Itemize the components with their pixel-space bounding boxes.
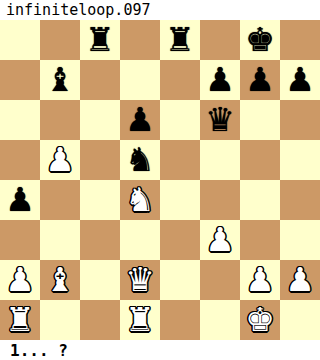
square-g2[interactable]: ♟ bbox=[240, 260, 280, 300]
white-pawn-piece[interactable]: ♟ bbox=[285, 260, 315, 300]
black-rook-piece[interactable]: ♜ bbox=[165, 20, 195, 60]
puzzle-title: infiniteloop.097 bbox=[0, 0, 320, 20]
square-d2[interactable]: ♛ bbox=[120, 260, 160, 300]
square-e3[interactable] bbox=[160, 220, 200, 260]
black-pawn-piece[interactable]: ♟ bbox=[125, 100, 155, 140]
square-g6[interactable] bbox=[240, 100, 280, 140]
square-c4[interactable] bbox=[80, 180, 120, 220]
square-a3[interactable] bbox=[0, 220, 40, 260]
square-h3[interactable] bbox=[280, 220, 320, 260]
square-e1[interactable] bbox=[160, 300, 200, 340]
square-g5[interactable] bbox=[240, 140, 280, 180]
square-b3[interactable] bbox=[40, 220, 80, 260]
square-d6[interactable]: ♟ bbox=[120, 100, 160, 140]
white-bishop-piece[interactable]: ♝ bbox=[45, 260, 75, 300]
white-rook-piece[interactable]: ♜ bbox=[5, 300, 35, 340]
square-c2[interactable] bbox=[80, 260, 120, 300]
white-knight-piece[interactable]: ♞ bbox=[125, 180, 155, 220]
square-g7[interactable]: ♟ bbox=[240, 60, 280, 100]
square-b2[interactable]: ♝ bbox=[40, 260, 80, 300]
square-c6[interactable] bbox=[80, 100, 120, 140]
white-pawn-piece[interactable]: ♟ bbox=[45, 140, 75, 180]
square-b5[interactable]: ♟ bbox=[40, 140, 80, 180]
square-e8[interactable]: ♜ bbox=[160, 20, 200, 60]
chess-board: ♜♜♚♝♟♟♟♟♛♟♞♟♞♟♟♝♛♟♟♜♜♚ bbox=[0, 20, 320, 340]
square-h5[interactable] bbox=[280, 140, 320, 180]
white-rook-piece[interactable]: ♜ bbox=[125, 300, 155, 340]
square-g4[interactable] bbox=[240, 180, 280, 220]
square-d3[interactable] bbox=[120, 220, 160, 260]
square-c5[interactable] bbox=[80, 140, 120, 180]
square-h1[interactable] bbox=[280, 300, 320, 340]
square-f1[interactable] bbox=[200, 300, 240, 340]
square-a4[interactable]: ♟ bbox=[0, 180, 40, 220]
square-h6[interactable] bbox=[280, 100, 320, 140]
black-rook-piece[interactable]: ♜ bbox=[85, 20, 115, 60]
square-d1[interactable]: ♜ bbox=[120, 300, 160, 340]
black-pawn-piece[interactable]: ♟ bbox=[285, 60, 315, 100]
white-king-piece[interactable]: ♚ bbox=[245, 300, 275, 340]
square-g8[interactable]: ♚ bbox=[240, 20, 280, 60]
square-e7[interactable] bbox=[160, 60, 200, 100]
square-b8[interactable] bbox=[40, 20, 80, 60]
square-g3[interactable] bbox=[240, 220, 280, 260]
black-queen-piece[interactable]: ♛ bbox=[205, 100, 235, 140]
square-h7[interactable]: ♟ bbox=[280, 60, 320, 100]
square-h4[interactable] bbox=[280, 180, 320, 220]
square-d4[interactable]: ♞ bbox=[120, 180, 160, 220]
square-f8[interactable] bbox=[200, 20, 240, 60]
square-a5[interactable] bbox=[0, 140, 40, 180]
black-pawn-piece[interactable]: ♟ bbox=[5, 180, 35, 220]
white-pawn-piece[interactable]: ♟ bbox=[5, 260, 35, 300]
square-a6[interactable] bbox=[0, 100, 40, 140]
square-d5[interactable]: ♞ bbox=[120, 140, 160, 180]
square-d8[interactable] bbox=[120, 20, 160, 60]
black-knight-piece[interactable]: ♞ bbox=[125, 140, 155, 180]
square-b4[interactable] bbox=[40, 180, 80, 220]
square-e4[interactable] bbox=[160, 180, 200, 220]
square-f6[interactable]: ♛ bbox=[200, 100, 240, 140]
white-pawn-piece[interactable]: ♟ bbox=[205, 220, 235, 260]
white-queen-piece[interactable]: ♛ bbox=[125, 260, 155, 300]
square-e2[interactable] bbox=[160, 260, 200, 300]
square-b7[interactable]: ♝ bbox=[40, 60, 80, 100]
square-e5[interactable] bbox=[160, 140, 200, 180]
square-f4[interactable] bbox=[200, 180, 240, 220]
square-h8[interactable] bbox=[280, 20, 320, 60]
square-d7[interactable] bbox=[120, 60, 160, 100]
square-c7[interactable] bbox=[80, 60, 120, 100]
square-c8[interactable]: ♜ bbox=[80, 20, 120, 60]
square-b6[interactable] bbox=[40, 100, 80, 140]
square-a7[interactable] bbox=[0, 60, 40, 100]
square-a2[interactable]: ♟ bbox=[0, 260, 40, 300]
move-prompt: 1... ? bbox=[0, 340, 320, 360]
white-pawn-piece[interactable]: ♟ bbox=[245, 260, 275, 300]
black-pawn-piece[interactable]: ♟ bbox=[245, 60, 275, 100]
square-g1[interactable]: ♚ bbox=[240, 300, 280, 340]
square-a8[interactable] bbox=[0, 20, 40, 60]
square-f5[interactable] bbox=[200, 140, 240, 180]
square-a1[interactable]: ♜ bbox=[0, 300, 40, 340]
square-f2[interactable] bbox=[200, 260, 240, 300]
square-f3[interactable]: ♟ bbox=[200, 220, 240, 260]
square-f7[interactable]: ♟ bbox=[200, 60, 240, 100]
black-pawn-piece[interactable]: ♟ bbox=[205, 60, 235, 100]
black-bishop-piece[interactable]: ♝ bbox=[45, 60, 75, 100]
square-h2[interactable]: ♟ bbox=[280, 260, 320, 300]
square-e6[interactable] bbox=[160, 100, 200, 140]
square-b1[interactable] bbox=[40, 300, 80, 340]
black-king-piece[interactable]: ♚ bbox=[245, 20, 275, 60]
square-c1[interactable] bbox=[80, 300, 120, 340]
square-c3[interactable] bbox=[80, 220, 120, 260]
